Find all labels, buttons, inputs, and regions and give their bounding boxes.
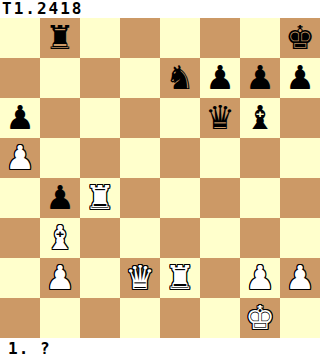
square-d8[interactable] [120, 18, 160, 58]
piece-black-queen[interactable]: ♛ [205, 98, 235, 138]
square-e6[interactable] [160, 98, 200, 138]
square-a8[interactable] [0, 18, 40, 58]
square-b8[interactable]: ♜ [40, 18, 80, 58]
square-d3[interactable] [120, 218, 160, 258]
square-h8[interactable]: ♚ [280, 18, 320, 58]
piece-black-pawn[interactable]: ♟ [245, 58, 275, 98]
square-a1[interactable] [0, 298, 40, 338]
piece-white-rook[interactable]: ♜ [85, 178, 115, 218]
square-a2[interactable] [0, 258, 40, 298]
piece-white-king[interactable]: ♚ [245, 298, 275, 338]
square-f2[interactable] [200, 258, 240, 298]
piece-black-king[interactable]: ♚ [285, 18, 315, 58]
square-b4[interactable]: ♟ [40, 178, 80, 218]
square-h3[interactable] [280, 218, 320, 258]
square-e8[interactable] [160, 18, 200, 58]
square-e1[interactable] [160, 298, 200, 338]
piece-black-knight[interactable]: ♞ [165, 58, 195, 98]
square-a4[interactable] [0, 178, 40, 218]
square-f4[interactable] [200, 178, 240, 218]
square-e3[interactable] [160, 218, 200, 258]
square-c1[interactable] [80, 298, 120, 338]
piece-white-queen[interactable]: ♛ [125, 258, 155, 298]
piece-black-bishop[interactable]: ♝ [245, 98, 275, 138]
square-g6[interactable]: ♝ [240, 98, 280, 138]
square-c2[interactable] [80, 258, 120, 298]
square-f6[interactable]: ♛ [200, 98, 240, 138]
square-g4[interactable] [240, 178, 280, 218]
piece-black-pawn[interactable]: ♟ [45, 178, 75, 218]
square-b2[interactable]: ♟ [40, 258, 80, 298]
square-g1[interactable]: ♚ [240, 298, 280, 338]
piece-white-pawn[interactable]: ♟ [285, 258, 315, 298]
square-g2[interactable]: ♟ [240, 258, 280, 298]
piece-white-bishop[interactable]: ♝ [45, 218, 75, 258]
square-b5[interactable] [40, 138, 80, 178]
piece-black-pawn[interactable]: ♟ [205, 58, 235, 98]
square-b6[interactable] [40, 98, 80, 138]
piece-black-pawn[interactable]: ♟ [5, 98, 35, 138]
square-g3[interactable] [240, 218, 280, 258]
chess-board: ♜♚♞♟♟♟♟♛♝♟♟♜♝♟♛♜♟♟♚ [0, 18, 320, 338]
square-f8[interactable] [200, 18, 240, 58]
square-d2[interactable]: ♛ [120, 258, 160, 298]
square-c4[interactable]: ♜ [80, 178, 120, 218]
square-b1[interactable] [40, 298, 80, 338]
square-d5[interactable] [120, 138, 160, 178]
piece-black-pawn[interactable]: ♟ [285, 58, 315, 98]
square-f3[interactable] [200, 218, 240, 258]
square-e7[interactable]: ♞ [160, 58, 200, 98]
square-a7[interactable] [0, 58, 40, 98]
square-h2[interactable]: ♟ [280, 258, 320, 298]
square-h6[interactable] [280, 98, 320, 138]
square-f1[interactable] [200, 298, 240, 338]
square-d4[interactable] [120, 178, 160, 218]
piece-black-rook[interactable]: ♜ [45, 18, 75, 58]
square-d1[interactable] [120, 298, 160, 338]
square-f7[interactable]: ♟ [200, 58, 240, 98]
square-a5[interactable]: ♟ [0, 138, 40, 178]
square-c6[interactable] [80, 98, 120, 138]
piece-white-rook[interactable]: ♜ [165, 258, 195, 298]
puzzle-title: T1.2418 [0, 0, 320, 18]
square-g5[interactable] [240, 138, 280, 178]
square-e2[interactable]: ♜ [160, 258, 200, 298]
square-b7[interactable] [40, 58, 80, 98]
chess-puzzle-view: T1.2418 ♜♚♞♟♟♟♟♛♝♟♟♜♝♟♛♜♟♟♚ 1. ? [0, 0, 320, 360]
piece-white-pawn[interactable]: ♟ [245, 258, 275, 298]
square-g7[interactable]: ♟ [240, 58, 280, 98]
square-d7[interactable] [120, 58, 160, 98]
piece-white-pawn[interactable]: ♟ [5, 138, 35, 178]
square-c3[interactable] [80, 218, 120, 258]
square-b3[interactable]: ♝ [40, 218, 80, 258]
square-e4[interactable] [160, 178, 200, 218]
square-c5[interactable] [80, 138, 120, 178]
square-e5[interactable] [160, 138, 200, 178]
square-f5[interactable] [200, 138, 240, 178]
square-a3[interactable] [0, 218, 40, 258]
square-g8[interactable] [240, 18, 280, 58]
square-a6[interactable]: ♟ [0, 98, 40, 138]
square-h5[interactable] [280, 138, 320, 178]
move-prompt: 1. ? [0, 338, 320, 360]
piece-white-pawn[interactable]: ♟ [45, 258, 75, 298]
square-h4[interactable] [280, 178, 320, 218]
square-c7[interactable] [80, 58, 120, 98]
square-d6[interactable] [120, 98, 160, 138]
square-h1[interactable] [280, 298, 320, 338]
square-h7[interactable]: ♟ [280, 58, 320, 98]
square-c8[interactable] [80, 18, 120, 58]
